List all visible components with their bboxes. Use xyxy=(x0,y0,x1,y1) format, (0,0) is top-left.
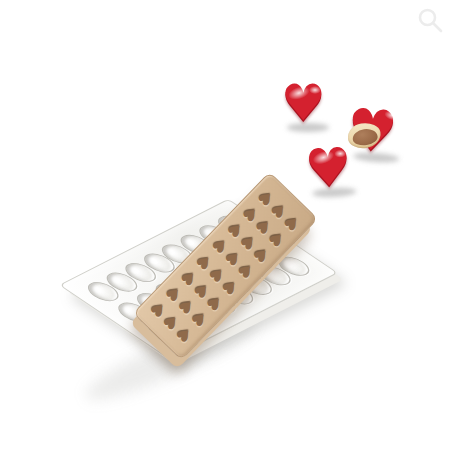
heart-shell: ♥ xyxy=(304,140,353,194)
chocolate-heart-bottom: ♥ xyxy=(304,140,363,197)
magnifier-glyph xyxy=(416,6,444,34)
product-photo: ♥♥♥♥♥♥♥♥♥♥♥♥♥♥♥♥♥♥♥♥♥♥♥♥ ♥ ♥ ♥ xyxy=(0,0,452,452)
magnifier-icon[interactable] xyxy=(416,6,444,34)
chocolate-heart-top: ♥ xyxy=(281,78,335,130)
gloss-highlight xyxy=(309,86,321,94)
